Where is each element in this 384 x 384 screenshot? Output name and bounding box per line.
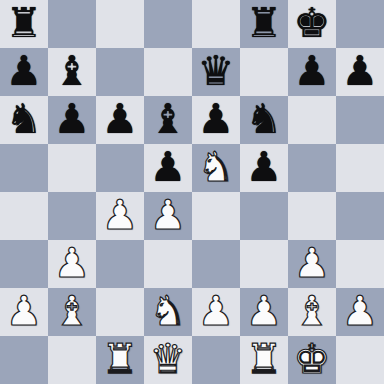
square-f1[interactable]: ♜ bbox=[240, 336, 288, 384]
square-b8[interactable] bbox=[48, 0, 96, 48]
black-pawn[interactable]: ♟ bbox=[198, 99, 235, 140]
square-b2[interactable]: ♝ bbox=[48, 288, 96, 336]
white-rook[interactable]: ♜ bbox=[102, 339, 139, 380]
square-e4[interactable] bbox=[192, 192, 240, 240]
square-a8[interactable]: ♜ bbox=[0, 0, 48, 48]
square-f8[interactable]: ♜ bbox=[240, 0, 288, 48]
chess-board-container: ♜♜♚♟♝♛♟♟♞♟♟♝♟♞♟♞♟♟♟♟♟♟♝♞♟♟♝♟♜♛♜♚ bbox=[0, 0, 384, 384]
black-pawn[interactable]: ♟ bbox=[102, 99, 139, 140]
white-pawn[interactable]: ♟ bbox=[198, 291, 235, 332]
black-bishop[interactable]: ♝ bbox=[150, 99, 187, 140]
square-d4[interactable]: ♟ bbox=[144, 192, 192, 240]
square-e3[interactable] bbox=[192, 240, 240, 288]
white-pawn[interactable]: ♟ bbox=[54, 243, 91, 284]
square-c1[interactable]: ♜ bbox=[96, 336, 144, 384]
black-pawn[interactable]: ♟ bbox=[294, 51, 331, 92]
square-g8[interactable]: ♚ bbox=[288, 0, 336, 48]
square-f7[interactable] bbox=[240, 48, 288, 96]
black-pawn[interactable]: ♟ bbox=[150, 147, 187, 188]
square-g6[interactable] bbox=[288, 96, 336, 144]
square-h2[interactable]: ♟ bbox=[336, 288, 384, 336]
square-a4[interactable] bbox=[0, 192, 48, 240]
square-g1[interactable]: ♚ bbox=[288, 336, 336, 384]
square-d8[interactable] bbox=[144, 0, 192, 48]
white-pawn[interactable]: ♟ bbox=[342, 291, 379, 332]
square-b4[interactable] bbox=[48, 192, 96, 240]
square-h1[interactable] bbox=[336, 336, 384, 384]
square-c8[interactable] bbox=[96, 0, 144, 48]
square-c7[interactable] bbox=[96, 48, 144, 96]
white-bishop[interactable]: ♝ bbox=[294, 291, 331, 332]
square-c2[interactable] bbox=[96, 288, 144, 336]
square-h8[interactable] bbox=[336, 0, 384, 48]
square-h5[interactable] bbox=[336, 144, 384, 192]
black-king[interactable]: ♚ bbox=[294, 3, 331, 44]
white-knight[interactable]: ♞ bbox=[198, 147, 235, 188]
square-a1[interactable] bbox=[0, 336, 48, 384]
black-queen[interactable]: ♛ bbox=[198, 51, 235, 92]
square-c3[interactable] bbox=[96, 240, 144, 288]
white-knight[interactable]: ♞ bbox=[150, 291, 187, 332]
square-c4[interactable]: ♟ bbox=[96, 192, 144, 240]
white-queen[interactable]: ♛ bbox=[150, 339, 187, 380]
square-e7[interactable]: ♛ bbox=[192, 48, 240, 96]
white-rook[interactable]: ♜ bbox=[246, 339, 283, 380]
white-pawn[interactable]: ♟ bbox=[102, 195, 139, 236]
square-g4[interactable] bbox=[288, 192, 336, 240]
black-rook[interactable]: ♜ bbox=[246, 3, 283, 44]
black-pawn[interactable]: ♟ bbox=[6, 51, 43, 92]
black-knight[interactable]: ♞ bbox=[246, 99, 283, 140]
square-g5[interactable] bbox=[288, 144, 336, 192]
black-pawn[interactable]: ♟ bbox=[246, 147, 283, 188]
square-f6[interactable]: ♞ bbox=[240, 96, 288, 144]
square-d5[interactable]: ♟ bbox=[144, 144, 192, 192]
square-a5[interactable] bbox=[0, 144, 48, 192]
square-a3[interactable] bbox=[0, 240, 48, 288]
black-bishop[interactable]: ♝ bbox=[54, 51, 91, 92]
square-b5[interactable] bbox=[48, 144, 96, 192]
square-b1[interactable] bbox=[48, 336, 96, 384]
white-pawn[interactable]: ♟ bbox=[6, 291, 43, 332]
square-f5[interactable]: ♟ bbox=[240, 144, 288, 192]
square-c6[interactable]: ♟ bbox=[96, 96, 144, 144]
square-b7[interactable]: ♝ bbox=[48, 48, 96, 96]
square-h4[interactable] bbox=[336, 192, 384, 240]
black-rook[interactable]: ♜ bbox=[6, 3, 43, 44]
square-h6[interactable] bbox=[336, 96, 384, 144]
white-pawn[interactable]: ♟ bbox=[246, 291, 283, 332]
square-a7[interactable]: ♟ bbox=[0, 48, 48, 96]
square-d1[interactable]: ♛ bbox=[144, 336, 192, 384]
square-c5[interactable] bbox=[96, 144, 144, 192]
square-e8[interactable] bbox=[192, 0, 240, 48]
chess-board: ♜♜♚♟♝♛♟♟♞♟♟♝♟♞♟♞♟♟♟♟♟♟♝♞♟♟♝♟♜♛♜♚ bbox=[0, 0, 384, 384]
square-g7[interactable]: ♟ bbox=[288, 48, 336, 96]
black-pawn[interactable]: ♟ bbox=[54, 99, 91, 140]
square-e5[interactable]: ♞ bbox=[192, 144, 240, 192]
square-b6[interactable]: ♟ bbox=[48, 96, 96, 144]
black-knight[interactable]: ♞ bbox=[6, 99, 43, 140]
square-g3[interactable]: ♟ bbox=[288, 240, 336, 288]
square-d2[interactable]: ♞ bbox=[144, 288, 192, 336]
white-pawn[interactable]: ♟ bbox=[294, 243, 331, 284]
square-f2[interactable]: ♟ bbox=[240, 288, 288, 336]
square-d3[interactable] bbox=[144, 240, 192, 288]
square-e6[interactable]: ♟ bbox=[192, 96, 240, 144]
white-bishop[interactable]: ♝ bbox=[54, 291, 91, 332]
square-e1[interactable] bbox=[192, 336, 240, 384]
black-pawn[interactable]: ♟ bbox=[342, 51, 379, 92]
square-h3[interactable] bbox=[336, 240, 384, 288]
white-pawn[interactable]: ♟ bbox=[150, 195, 187, 236]
square-d6[interactable]: ♝ bbox=[144, 96, 192, 144]
square-f3[interactable] bbox=[240, 240, 288, 288]
square-a2[interactable]: ♟ bbox=[0, 288, 48, 336]
square-g2[interactable]: ♝ bbox=[288, 288, 336, 336]
square-h7[interactable]: ♟ bbox=[336, 48, 384, 96]
square-b3[interactable]: ♟ bbox=[48, 240, 96, 288]
square-f4[interactable] bbox=[240, 192, 288, 240]
square-a6[interactable]: ♞ bbox=[0, 96, 48, 144]
white-king[interactable]: ♚ bbox=[294, 339, 331, 380]
square-d7[interactable] bbox=[144, 48, 192, 96]
square-e2[interactable]: ♟ bbox=[192, 288, 240, 336]
